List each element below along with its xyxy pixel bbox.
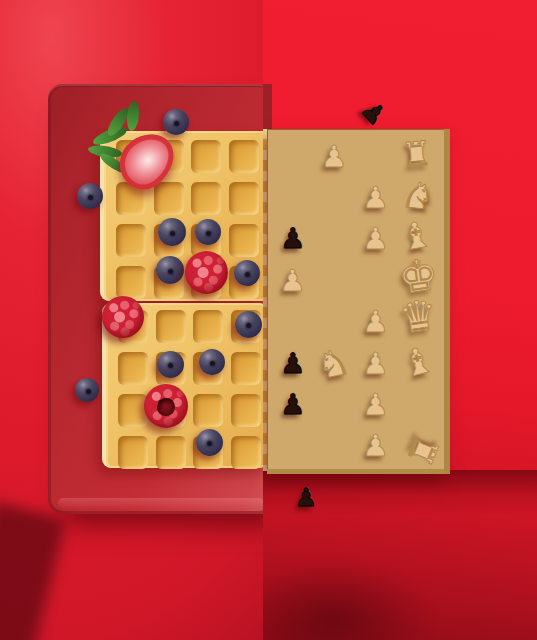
piece-white-P-r1c2[interactable]: ♟ — [321, 142, 348, 172]
piece-white-B-r6c4[interactable]: ♝ — [398, 340, 438, 383]
blueberry — [157, 351, 184, 378]
raspberry — [102, 296, 144, 338]
piece-white-P-r6c3[interactable]: ♟ — [362, 349, 389, 379]
piece-black-P-r7c1[interactable]: ♟ — [280, 391, 305, 419]
blueberry — [158, 218, 186, 246]
blueberry — [235, 311, 262, 338]
black-pawn-offboard-bottom[interactable]: ♟ — [295, 485, 317, 510]
piece-black-P-r3c1[interactable]: ♟ — [280, 225, 305, 253]
blueberry — [234, 260, 260, 286]
berries-group — [0, 0, 263, 640]
food-chess-photo: ♟♜♟♞♟♟♝♟♚♟♛♟♞♟♝♟♟♟♜♟♟ — [0, 0, 537, 640]
blueberry — [196, 429, 223, 456]
piece-white-R-r1c4[interactable]: ♜ — [400, 135, 433, 172]
black-pawn-offboard-top[interactable]: ♟ — [356, 95, 391, 130]
piece-black-P-r6c1[interactable]: ♟ — [280, 350, 305, 378]
piece-white-R-fallen-r8c4[interactable]: ♜ — [402, 430, 445, 471]
piece-white-P-r7c3[interactable]: ♟ — [362, 390, 389, 420]
blueberry — [75, 378, 99, 402]
piece-white-P-r5c3[interactable]: ♟ — [362, 307, 389, 337]
piece-white-N-r6c2[interactable]: ♞ — [314, 343, 353, 385]
blueberry — [156, 256, 184, 284]
piece-white-Q-r5c4[interactable]: ♛ — [397, 294, 440, 341]
right-half-chessboard-scene: ♟♜♟♞♟♟♝♟♚♟♛♟♞♟♝♟♟♟♜♟♟ — [263, 0, 537, 640]
blueberry — [199, 349, 225, 375]
left-half-waffle-scene — [0, 0, 263, 640]
piece-white-P-r2c3[interactable]: ♟ — [362, 183, 389, 213]
raspberry — [144, 384, 188, 428]
piece-white-P-r8c3[interactable]: ♟ — [362, 431, 389, 461]
raspberry — [185, 251, 228, 294]
piece-white-P-r4c1[interactable]: ♟ — [279, 266, 306, 296]
blueberry — [195, 219, 221, 245]
piece-white-N-r2c4[interactable]: ♞ — [400, 176, 436, 215]
pieces-group: ♟♜♟♞♟♟♝♟♚♟♛♟♞♟♝♟♟♟♜♟♟ — [263, 0, 537, 640]
strawberry-half — [92, 112, 182, 200]
piece-white-P-r3c3[interactable]: ♟ — [362, 224, 389, 254]
